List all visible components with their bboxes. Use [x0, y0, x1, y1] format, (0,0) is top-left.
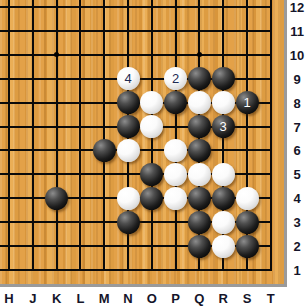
col-label: J	[29, 291, 36, 306]
stone-white	[212, 91, 235, 114]
stone-move-label: 4	[124, 67, 131, 90]
col-label: T	[267, 291, 275, 306]
stone-black	[236, 211, 259, 234]
stone-black: 3	[212, 115, 235, 138]
row-label: 5	[293, 167, 300, 182]
col-label: O	[147, 291, 157, 306]
col-label: R	[218, 291, 227, 306]
row-label: 6	[293, 143, 300, 158]
board-separator-vertical	[284, 0, 287, 287]
stone-white	[140, 115, 163, 138]
stone-move-label: 2	[172, 67, 179, 90]
col-label: K	[52, 291, 61, 306]
stone-white	[212, 163, 235, 186]
stone-move-label: 3	[220, 115, 227, 138]
grid-line-vertical	[56, 0, 58, 271]
row-label: 3	[293, 215, 300, 230]
stone-black	[236, 235, 259, 258]
grid-line-vertical	[79, 0, 81, 271]
col-label: Q	[194, 291, 204, 306]
go-board[interactable]: 4213	[0, 0, 284, 284]
row-label: 8	[293, 95, 300, 110]
stone-black	[140, 163, 163, 186]
stone-black: 1	[236, 91, 259, 114]
stone-black	[117, 211, 140, 234]
stone-white	[117, 139, 140, 162]
stone-black	[164, 91, 187, 114]
row-label: 4	[293, 191, 300, 206]
star-point	[54, 52, 59, 57]
row-label: 7	[293, 119, 300, 134]
stone-white	[188, 163, 211, 186]
stone-white	[212, 211, 235, 234]
stone-black	[117, 91, 140, 114]
go-diagram: 4213 121110987654321HJKLMNOPQRST	[0, 0, 308, 308]
grid-line-horizontal	[0, 54, 272, 56]
stone-black	[188, 139, 211, 162]
stone-black	[140, 187, 163, 210]
col-label: L	[76, 291, 84, 306]
stone-black	[212, 67, 235, 90]
board-separator-horizontal	[0, 284, 287, 287]
stone-white: 2	[164, 67, 187, 90]
row-label: 2	[293, 239, 300, 254]
stone-white	[188, 91, 211, 114]
grid-line-vertical	[103, 0, 105, 271]
stone-black	[117, 115, 140, 138]
col-label: P	[171, 291, 180, 306]
stone-move-label: 1	[243, 91, 250, 114]
stone-white	[117, 187, 140, 210]
stone-black	[188, 187, 211, 210]
grid-line-vertical	[32, 0, 34, 271]
col-label: S	[243, 291, 252, 306]
stone-black	[188, 211, 211, 234]
row-label: 9	[293, 71, 300, 86]
row-label: 12	[290, 0, 304, 15]
row-label: 1	[293, 262, 300, 277]
stone-white: 4	[117, 67, 140, 90]
star-point	[197, 52, 202, 57]
stone-white	[212, 235, 235, 258]
col-label: H	[4, 291, 13, 306]
stone-white	[140, 91, 163, 114]
stone-black	[188, 115, 211, 138]
stone-black	[188, 235, 211, 258]
stone-black	[45, 187, 68, 210]
grid-line-horizontal	[0, 6, 272, 8]
grid-line-horizontal	[0, 269, 272, 271]
stone-black	[93, 139, 116, 162]
row-label: 11	[290, 23, 304, 38]
stone-white	[164, 187, 187, 210]
grid-line-vertical	[175, 0, 177, 271]
grid-line-horizontal	[0, 30, 272, 32]
stone-white	[236, 187, 259, 210]
col-label: N	[123, 291, 132, 306]
grid-line-vertical	[8, 0, 10, 271]
stone-white	[164, 139, 187, 162]
col-label: M	[99, 291, 110, 306]
row-label: 10	[290, 47, 304, 62]
stone-black	[188, 67, 211, 90]
grid-line-vertical	[270, 0, 272, 271]
stone-black	[212, 187, 235, 210]
stone-white	[164, 163, 187, 186]
